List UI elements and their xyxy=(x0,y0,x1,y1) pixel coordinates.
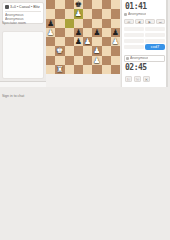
square-b1[interactable]: ♜ xyxy=(55,65,64,74)
square-c6[interactable] xyxy=(65,19,74,28)
game-panel: 01:41 Anonymous ⏮◀▶⏭ cxd7 Anonymous 02:4… xyxy=(121,0,168,87)
square-d1[interactable] xyxy=(74,65,83,74)
square-c4[interactable] xyxy=(65,37,74,46)
black-pawn: ♟ xyxy=(74,28,83,37)
square-d5[interactable]: ♟ xyxy=(74,28,83,37)
square-a4[interactable] xyxy=(46,37,55,46)
square-d6[interactable] xyxy=(74,19,83,28)
white-clock: 02:45 xyxy=(125,63,147,72)
meta-divider xyxy=(5,11,41,12)
square-h1[interactable] xyxy=(111,65,120,74)
square-e6[interactable] xyxy=(83,19,92,28)
square-h6[interactable] xyxy=(111,19,120,28)
move-cell[interactable] xyxy=(145,39,165,43)
move-cell[interactable] xyxy=(124,39,144,43)
replay-control-1[interactable]: ◀ xyxy=(135,19,145,24)
square-a7[interactable] xyxy=(46,9,55,18)
black-pawn: ♟ xyxy=(111,28,120,37)
square-h7[interactable] xyxy=(111,9,120,18)
white-pawn: ♟ xyxy=(92,46,101,55)
square-f7[interactable] xyxy=(92,9,101,18)
square-g7[interactable] xyxy=(102,9,111,18)
square-f3[interactable]: ♟ xyxy=(92,46,101,55)
game-action-buttons: ⚐½✕ xyxy=(125,76,150,82)
square-g3[interactable] xyxy=(102,46,111,55)
square-h8[interactable] xyxy=(111,0,120,9)
square-g5[interactable] xyxy=(102,28,111,37)
square-g1[interactable] xyxy=(102,65,111,74)
resign-flag-icon[interactable]: ⚐ xyxy=(125,76,132,82)
top-player-row: Anonymous xyxy=(124,12,165,17)
black-pawn: ♟ xyxy=(46,19,55,28)
white-pawn: ♟ xyxy=(74,9,83,18)
chess-board[interactable]: ♚♟♟♟♟♟♟♟♟♟♚♟♟♜ xyxy=(46,0,120,74)
square-a1[interactable] xyxy=(46,65,55,74)
square-c8[interactable] xyxy=(65,0,74,9)
white-rook: ♜ xyxy=(55,65,64,74)
square-c3[interactable] xyxy=(65,46,74,55)
player-status-icon xyxy=(124,13,127,16)
square-d7[interactable]: ♟ xyxy=(74,9,83,18)
square-g2[interactable] xyxy=(102,56,111,65)
square-f5[interactable]: ♟ xyxy=(92,28,101,37)
move-list[interactable]: cxd7 xyxy=(124,26,165,52)
square-e5[interactable] xyxy=(83,28,92,37)
game-meta-line: 3+0 • Casual • Blitz xyxy=(10,5,40,10)
current-move-cell[interactable]: cxd7 xyxy=(145,44,165,50)
square-c2[interactable] xyxy=(65,56,74,65)
white-king: ♚ xyxy=(55,46,64,55)
square-e2[interactable] xyxy=(83,56,92,65)
chat-area xyxy=(2,31,44,79)
white-pawn: ♟ xyxy=(92,56,101,65)
square-g6[interactable] xyxy=(102,19,111,28)
square-f6[interactable] xyxy=(92,19,101,28)
move-cell[interactable] xyxy=(145,27,165,31)
white-pawn: ♟ xyxy=(46,28,55,37)
square-h4[interactable]: ♟ xyxy=(111,37,120,46)
bottom-player-name: Anonymous xyxy=(130,56,148,61)
square-f4[interactable] xyxy=(92,37,101,46)
move-cell[interactable] xyxy=(145,33,165,37)
white-pawn: ♟ xyxy=(83,37,92,46)
black-pawn: ♟ xyxy=(92,28,101,37)
square-g8[interactable] xyxy=(102,0,111,9)
square-a2[interactable] xyxy=(46,56,55,65)
move-cell[interactable] xyxy=(124,27,144,31)
square-d3[interactable] xyxy=(74,46,83,55)
square-d2[interactable] xyxy=(74,56,83,65)
square-e4[interactable]: ♟ xyxy=(83,37,92,46)
square-b7[interactable] xyxy=(55,9,64,18)
move-cell[interactable] xyxy=(124,45,144,49)
square-c1[interactable] xyxy=(65,65,74,74)
square-f1[interactable] xyxy=(92,65,101,74)
square-b4[interactable] xyxy=(55,37,64,46)
square-f2[interactable]: ♟ xyxy=(92,56,101,65)
square-e7[interactable] xyxy=(83,9,92,18)
square-b6[interactable] xyxy=(55,19,64,28)
square-e8[interactable] xyxy=(83,0,92,9)
square-b2[interactable] xyxy=(55,56,64,65)
square-g4[interactable] xyxy=(102,37,111,46)
square-b3[interactable]: ♚ xyxy=(55,46,64,55)
replay-control-0[interactable]: ⏮ xyxy=(124,19,134,24)
left-sidebar: 3+0 • Casual • Blitz Anonymous Anonymous… xyxy=(0,0,46,87)
draw-offer-icon[interactable]: ½ xyxy=(134,76,141,82)
move-row: cxd7 xyxy=(124,44,165,50)
replay-control-3[interactable]: ⏭ xyxy=(156,19,166,24)
close-icon[interactable]: ✕ xyxy=(143,76,150,82)
square-c5[interactable] xyxy=(65,28,74,37)
move-cell[interactable] xyxy=(124,33,144,37)
game-type-icon xyxy=(5,5,9,9)
square-a3[interactable] xyxy=(46,46,55,55)
square-a5[interactable]: ♟ xyxy=(46,28,55,37)
square-a8[interactable] xyxy=(46,0,55,9)
square-f8[interactable] xyxy=(92,0,101,9)
replay-controls: ⏮◀▶⏭ xyxy=(124,19,165,24)
square-b8[interactable] xyxy=(55,0,64,9)
square-d4[interactable]: ♟ xyxy=(74,37,83,46)
square-e1[interactable] xyxy=(83,65,92,74)
square-h3[interactable] xyxy=(111,46,120,55)
replay-control-2[interactable]: ▶ xyxy=(145,19,155,24)
square-d8[interactable]: ♚ xyxy=(74,0,83,9)
black-king: ♚ xyxy=(74,0,83,9)
black-pawn: ♟ xyxy=(74,37,83,46)
top-player-name: Anonymous xyxy=(128,12,146,17)
black-clock: 01:41 xyxy=(125,2,147,11)
spectator-note: Spectator room xyxy=(2,21,44,26)
square-h2[interactable] xyxy=(111,56,120,65)
bottom-player-row: Anonymous xyxy=(124,55,165,62)
player-status-icon xyxy=(126,57,129,60)
square-a6[interactable]: ♟ xyxy=(46,19,55,28)
scrollbar[interactable] xyxy=(166,0,168,87)
square-h5[interactable]: ♟ xyxy=(111,28,120,37)
square-e3[interactable] xyxy=(83,46,92,55)
white-pawn: ♟ xyxy=(111,37,120,46)
below-board-strip xyxy=(46,74,120,87)
square-b5[interactable] xyxy=(55,28,64,37)
square-c7[interactable] xyxy=(65,9,74,18)
